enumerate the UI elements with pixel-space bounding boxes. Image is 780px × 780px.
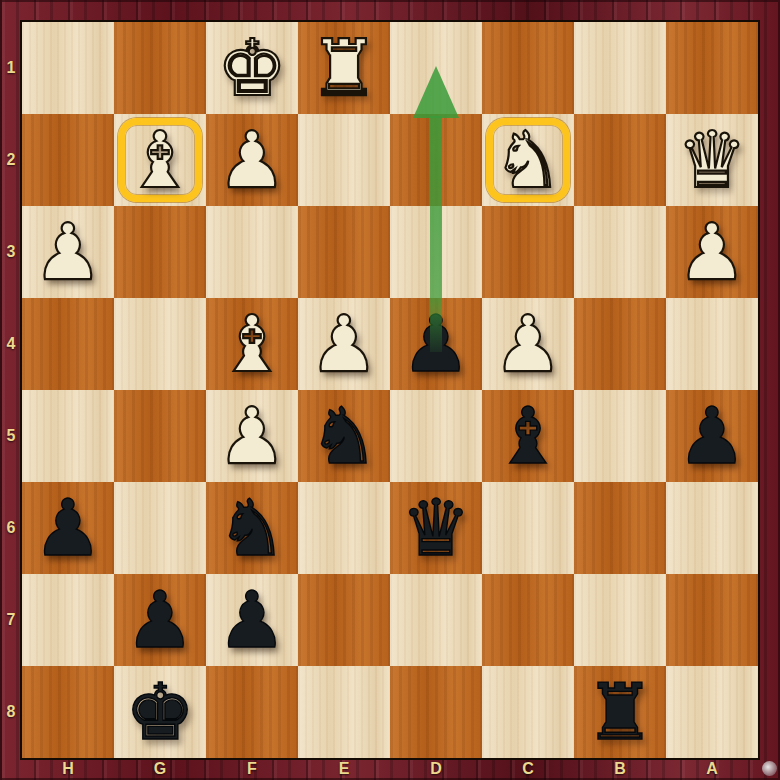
square-e5[interactable]: ♞ xyxy=(298,390,390,482)
square-b7[interactable] xyxy=(574,574,666,666)
square-h3[interactable]: ♟ xyxy=(22,206,114,298)
square-f2[interactable]: ♟ xyxy=(206,114,298,206)
file-label: D xyxy=(390,758,482,780)
square-h2[interactable] xyxy=(22,114,114,206)
file-label: E xyxy=(298,758,390,780)
square-d6[interactable]: ♛ xyxy=(390,482,482,574)
piece-white-queen[interactable]: ♛ xyxy=(677,114,747,206)
square-b3[interactable] xyxy=(574,206,666,298)
square-d3[interactable] xyxy=(390,206,482,298)
square-e7[interactable] xyxy=(298,574,390,666)
square-c1[interactable] xyxy=(482,22,574,114)
square-h1[interactable] xyxy=(22,22,114,114)
square-b8[interactable]: ♜ xyxy=(574,666,666,758)
square-c6[interactable] xyxy=(482,482,574,574)
square-c4[interactable]: ♟ xyxy=(482,298,574,390)
rank-label: 5 xyxy=(0,390,22,482)
square-g3[interactable] xyxy=(114,206,206,298)
piece-black-pawn[interactable]: ♟ xyxy=(125,574,195,666)
square-d4[interactable]: ♟ xyxy=(390,298,482,390)
piece-white-pawn[interactable]: ♟ xyxy=(309,298,379,390)
square-d7[interactable] xyxy=(390,574,482,666)
piece-white-pawn[interactable]: ♟ xyxy=(217,390,287,482)
square-f6[interactable]: ♞ xyxy=(206,482,298,574)
watermark-dot xyxy=(762,761,777,776)
square-e8[interactable] xyxy=(298,666,390,758)
square-a3[interactable]: ♟ xyxy=(666,206,758,298)
piece-black-pawn[interactable]: ♟ xyxy=(33,482,103,574)
piece-black-queen[interactable]: ♛ xyxy=(401,482,471,574)
square-f1[interactable]: ♚ xyxy=(206,22,298,114)
piece-black-pawn[interactable]: ♟ xyxy=(217,574,287,666)
rank-label: 1 xyxy=(0,22,22,114)
square-a1[interactable] xyxy=(666,22,758,114)
rank-label: 8 xyxy=(0,666,22,758)
square-e6[interactable] xyxy=(298,482,390,574)
square-f3[interactable] xyxy=(206,206,298,298)
square-g5[interactable] xyxy=(114,390,206,482)
piece-black-rook[interactable]: ♜ xyxy=(585,666,655,758)
square-f8[interactable] xyxy=(206,666,298,758)
square-g8[interactable]: ♚ xyxy=(114,666,206,758)
square-d2[interactable] xyxy=(390,114,482,206)
square-h6[interactable]: ♟ xyxy=(22,482,114,574)
square-b1[interactable] xyxy=(574,22,666,114)
square-a6[interactable] xyxy=(666,482,758,574)
piece-white-bishop[interactable]: ♝ xyxy=(217,298,287,390)
square-b2[interactable] xyxy=(574,114,666,206)
square-d1[interactable] xyxy=(390,22,482,114)
square-e3[interactable] xyxy=(298,206,390,298)
square-e2[interactable] xyxy=(298,114,390,206)
piece-white-pawn[interactable]: ♟ xyxy=(33,206,103,298)
square-h4[interactable] xyxy=(22,298,114,390)
square-g2[interactable]: ♝ xyxy=(114,114,206,206)
file-label: G xyxy=(114,758,206,780)
square-b6[interactable] xyxy=(574,482,666,574)
piece-white-bishop[interactable]: ♝ xyxy=(125,114,195,206)
piece-black-knight[interactable]: ♞ xyxy=(309,390,379,482)
rank-label: 7 xyxy=(0,574,22,666)
rank-label: 4 xyxy=(0,298,22,390)
piece-white-pawn[interactable]: ♟ xyxy=(217,114,287,206)
rank-label: 6 xyxy=(0,482,22,574)
file-label: F xyxy=(206,758,298,780)
square-f7[interactable]: ♟ xyxy=(206,574,298,666)
square-c7[interactable] xyxy=(482,574,574,666)
rank-labels: 12345678 xyxy=(0,22,22,758)
file-label: B xyxy=(574,758,666,780)
square-a2[interactable]: ♛ xyxy=(666,114,758,206)
square-c2[interactable]: ♞ xyxy=(482,114,574,206)
square-c8[interactable] xyxy=(482,666,574,758)
piece-black-pawn[interactable]: ♟ xyxy=(401,298,471,390)
square-e1[interactable]: ♜ xyxy=(298,22,390,114)
piece-white-pawn[interactable]: ♟ xyxy=(677,206,747,298)
rank-label: 2 xyxy=(0,114,22,206)
square-h7[interactable] xyxy=(22,574,114,666)
square-d5[interactable] xyxy=(390,390,482,482)
square-a4[interactable] xyxy=(666,298,758,390)
file-labels: HGFEDCBA xyxy=(22,758,758,780)
piece-black-pawn[interactable]: ♟ xyxy=(677,390,747,482)
square-c5[interactable]: ♝ xyxy=(482,390,574,482)
rank-label: 3 xyxy=(0,206,22,298)
piece-white-rook[interactable]: ♜ xyxy=(309,22,379,114)
square-e4[interactable]: ♟ xyxy=(298,298,390,390)
square-a8[interactable] xyxy=(666,666,758,758)
piece-white-knight[interactable]: ♞ xyxy=(493,114,563,206)
square-b5[interactable] xyxy=(574,390,666,482)
square-g1[interactable] xyxy=(114,22,206,114)
square-d8[interactable] xyxy=(390,666,482,758)
square-g6[interactable] xyxy=(114,482,206,574)
file-label: C xyxy=(482,758,574,780)
square-a5[interactable]: ♟ xyxy=(666,390,758,482)
file-label: H xyxy=(22,758,114,780)
piece-white-king[interactable]: ♚ xyxy=(217,22,287,114)
file-label: A xyxy=(666,758,758,780)
square-a7[interactable] xyxy=(666,574,758,666)
square-b4[interactable] xyxy=(574,298,666,390)
square-g4[interactable] xyxy=(114,298,206,390)
square-g7[interactable]: ♟ xyxy=(114,574,206,666)
piece-black-king[interactable]: ♚ xyxy=(125,666,195,758)
piece-white-pawn[interactable]: ♟ xyxy=(493,298,563,390)
piece-black-knight[interactable]: ♞ xyxy=(217,482,287,574)
square-f5[interactable]: ♟ xyxy=(206,390,298,482)
square-h8[interactable] xyxy=(22,666,114,758)
chess-board: ♚♜♝♟♞♛♟♟♝♟♟♟♟♞♝♟♟♞♛♟♟♚♜ 12345678 HGFEDCB… xyxy=(0,0,780,780)
board-grid: ♚♜♝♟♞♛♟♟♝♟♟♟♟♞♝♟♟♞♛♟♟♚♜ xyxy=(22,22,758,758)
square-h5[interactable] xyxy=(22,390,114,482)
piece-black-bishop[interactable]: ♝ xyxy=(493,390,563,482)
square-c3[interactable] xyxy=(482,206,574,298)
square-f4[interactable]: ♝ xyxy=(206,298,298,390)
